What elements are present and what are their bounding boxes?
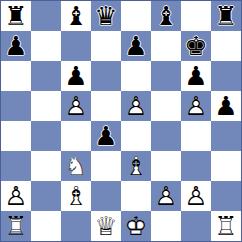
square-b4[interactable] [31, 121, 61, 151]
black-queen-piece[interactable]: ♛ [91, 1, 121, 31]
square-e1[interactable]: ♚♔ [121, 211, 151, 241]
piece-outline: ♙ [151, 181, 181, 211]
piece-outline: ♗ [61, 181, 91, 211]
piece-outline: ♖ [211, 211, 241, 241]
square-c4[interactable] [61, 121, 91, 151]
square-a7[interactable]: ♟ [1, 31, 31, 61]
square-d6[interactable] [91, 61, 121, 91]
square-a4[interactable] [1, 121, 31, 151]
piece-glyph: ♝ [61, 1, 91, 31]
piece-glyph: ♟ [121, 31, 151, 61]
square-e2[interactable] [121, 181, 151, 211]
square-c1[interactable] [61, 211, 91, 241]
square-f6[interactable] [151, 61, 181, 91]
square-g7[interactable]: ♚ [181, 31, 211, 61]
square-d7[interactable] [91, 31, 121, 61]
square-f2[interactable]: ♟♙ [151, 181, 181, 211]
square-h3[interactable] [211, 151, 241, 181]
square-b1[interactable] [31, 211, 61, 241]
square-f7[interactable] [151, 31, 181, 61]
square-b8[interactable] [31, 1, 61, 31]
square-d2[interactable] [91, 181, 121, 211]
white-king-piece[interactable]: ♚♔ [121, 211, 151, 241]
black-pawn-piece[interactable]: ♟ [211, 91, 241, 121]
piece-outline: ♙ [121, 91, 151, 121]
square-a5[interactable] [1, 91, 31, 121]
piece-outline: ♙ [181, 181, 211, 211]
piece-glyph: ♟ [181, 61, 211, 91]
piece-glyph: ♟ [1, 31, 31, 61]
square-f5[interactable] [151, 91, 181, 121]
piece-glyph: ♟ [211, 91, 241, 121]
square-b5[interactable] [31, 91, 61, 121]
piece-outline: ♙ [181, 91, 211, 121]
piece-outline: ♖ [1, 211, 31, 241]
square-b6[interactable] [31, 61, 61, 91]
black-bishop-piece[interactable]: ♝ [61, 1, 91, 31]
square-e3[interactable]: ♝♗ [121, 151, 151, 181]
square-h1[interactable]: ♜♖ [211, 211, 241, 241]
black-pawn-piece[interactable]: ♟ [91, 121, 121, 151]
square-d4[interactable]: ♟ [91, 121, 121, 151]
black-rook-piece[interactable]: ♜ [1, 1, 31, 31]
black-pawn-piece[interactable]: ♟ [61, 61, 91, 91]
piece-outline: ♗ [121, 151, 151, 181]
square-g5[interactable]: ♟♙ [181, 91, 211, 121]
piece-outline: ♙ [61, 91, 91, 121]
square-h5[interactable]: ♟ [211, 91, 241, 121]
square-g3[interactable] [181, 151, 211, 181]
square-e7[interactable]: ♟ [121, 31, 151, 61]
black-king-piece[interactable]: ♚ [181, 31, 211, 61]
black-bishop-piece[interactable]: ♝ [151, 1, 181, 31]
chess-board: ♜♝♛♝♜♟♟♚♟♟♟♙♟♙♟♙♟♟♞♘♝♗♟♙♝♗♟♙♟♙♜♖♛♕♚♔♜♖ [0, 0, 242, 242]
piece-outline: ♕ [91, 211, 121, 241]
square-f3[interactable] [151, 151, 181, 181]
square-g4[interactable] [181, 121, 211, 151]
square-c7[interactable] [61, 31, 91, 61]
square-h8[interactable]: ♜ [211, 1, 241, 31]
square-d8[interactable]: ♛ [91, 1, 121, 31]
white-rook-piece[interactable]: ♜♖ [1, 211, 31, 241]
black-pawn-piece[interactable]: ♟ [181, 61, 211, 91]
square-c8[interactable]: ♝ [61, 1, 91, 31]
square-d1[interactable]: ♛♕ [91, 211, 121, 241]
square-g2[interactable]: ♟♙ [181, 181, 211, 211]
square-f4[interactable] [151, 121, 181, 151]
square-d5[interactable] [91, 91, 121, 121]
square-e6[interactable] [121, 61, 151, 91]
square-g1[interactable] [181, 211, 211, 241]
square-h2[interactable] [211, 181, 241, 211]
square-f1[interactable] [151, 211, 181, 241]
black-rook-piece[interactable]: ♜ [211, 1, 241, 31]
square-b3[interactable] [31, 151, 61, 181]
white-queen-piece[interactable]: ♛♕ [91, 211, 121, 241]
square-g8[interactable] [181, 1, 211, 31]
white-rook-piece[interactable]: ♜♖ [211, 211, 241, 241]
square-c2[interactable]: ♝♗ [61, 181, 91, 211]
piece-outline: ♔ [121, 211, 151, 241]
piece-glyph: ♜ [211, 1, 241, 31]
square-f8[interactable]: ♝ [151, 1, 181, 31]
square-d3[interactable] [91, 151, 121, 181]
square-h7[interactable] [211, 31, 241, 61]
white-pawn-piece[interactable]: ♟♙ [181, 181, 211, 211]
square-g6[interactable]: ♟ [181, 61, 211, 91]
white-pawn-piece[interactable]: ♟♙ [121, 91, 151, 121]
white-pawn-piece[interactable]: ♟♙ [1, 181, 31, 211]
white-knight-piece[interactable]: ♞♘ [61, 151, 91, 181]
piece-glyph: ♟ [91, 121, 121, 151]
square-a1[interactable]: ♜♖ [1, 211, 31, 241]
piece-outline: ♘ [61, 151, 91, 181]
square-b7[interactable] [31, 31, 61, 61]
white-pawn-piece[interactable]: ♟♙ [61, 91, 91, 121]
white-pawn-piece[interactable]: ♟♙ [181, 91, 211, 121]
black-pawn-piece[interactable]: ♟ [121, 31, 151, 61]
black-pawn-piece[interactable]: ♟ [1, 31, 31, 61]
square-a6[interactable] [1, 61, 31, 91]
square-h4[interactable] [211, 121, 241, 151]
square-c5[interactable]: ♟♙ [61, 91, 91, 121]
white-pawn-piece[interactable]: ♟♙ [151, 181, 181, 211]
square-e8[interactable] [121, 1, 151, 31]
piece-outline: ♙ [1, 181, 31, 211]
square-h6[interactable] [211, 61, 241, 91]
square-a3[interactable] [1, 151, 31, 181]
square-b2[interactable] [31, 181, 61, 211]
white-bishop-piece[interactable]: ♝♗ [121, 151, 151, 181]
square-e5[interactable]: ♟♙ [121, 91, 151, 121]
square-c6[interactable]: ♟ [61, 61, 91, 91]
piece-glyph: ♚ [181, 31, 211, 61]
piece-glyph: ♟ [61, 61, 91, 91]
piece-glyph: ♛ [91, 1, 121, 31]
square-c3[interactable]: ♞♘ [61, 151, 91, 181]
piece-glyph: ♝ [151, 1, 181, 31]
square-a2[interactable]: ♟♙ [1, 181, 31, 211]
square-e4[interactable] [121, 121, 151, 151]
white-bishop-piece[interactable]: ♝♗ [61, 181, 91, 211]
square-a8[interactable]: ♜ [1, 1, 31, 31]
piece-glyph: ♜ [1, 1, 31, 31]
